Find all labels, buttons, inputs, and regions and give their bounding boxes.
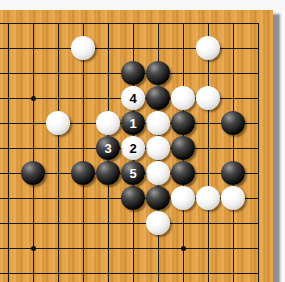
grid-hline-9 [0, 273, 259, 274]
grid-hline-19 [0, 23, 259, 24]
stone-white-P15[interactable] [146, 111, 170, 135]
stone-black-O17[interactable] [121, 61, 145, 85]
star-point-Q10 [181, 246, 186, 251]
stone-white-M18[interactable] [71, 36, 95, 60]
stone-black-P16[interactable] [146, 86, 170, 110]
stone-white-R16[interactable] [196, 86, 220, 110]
go-board[interactable]: 12345 [0, 10, 273, 282]
stone-black-Q15[interactable] [171, 111, 195, 135]
grid-vline-S [233, 23, 234, 282]
move-1-stone-black-O15[interactable]: 1 [121, 111, 145, 135]
stone-black-Q13[interactable] [171, 161, 195, 185]
grid-vline-M [83, 23, 84, 282]
star-point-K16 [31, 96, 36, 101]
stone-white-R18[interactable] [196, 36, 220, 60]
move-5-stone-black-O13[interactable]: 5 [121, 161, 145, 185]
stone-white-P11[interactable] [146, 211, 170, 235]
stone-white-N15[interactable] [96, 111, 120, 135]
go-diagram-stage: 12345 [0, 0, 285, 282]
stone-black-P17[interactable] [146, 61, 170, 85]
move-2-stone-white-O14[interactable]: 2 [121, 136, 145, 160]
move-number-4: 4 [129, 92, 136, 105]
stone-black-M13[interactable] [71, 161, 95, 185]
star-point-K10 [31, 246, 36, 251]
stone-black-Q14[interactable] [171, 136, 195, 160]
stone-black-S13[interactable] [221, 161, 245, 185]
move-number-3: 3 [104, 142, 111, 155]
stone-white-Q12[interactable] [171, 186, 195, 210]
grid-vline-L [58, 23, 59, 282]
move-number-1: 1 [129, 117, 136, 130]
move-number-5: 5 [129, 167, 136, 180]
stone-white-L15[interactable] [46, 111, 70, 135]
move-4-stone-white-O16[interactable]: 4 [121, 86, 145, 110]
grid-hline-10 [0, 248, 259, 249]
stone-white-P14[interactable] [146, 136, 170, 160]
stone-black-S15[interactable] [221, 111, 245, 135]
grid-vline-T [258, 23, 259, 282]
move-number-2: 2 [129, 142, 136, 155]
stone-white-P13[interactable] [146, 161, 170, 185]
grid-hline-18 [0, 48, 259, 49]
stone-black-N13[interactable] [96, 161, 120, 185]
stone-black-O12[interactable] [121, 186, 145, 210]
grid-vline-J [8, 23, 9, 282]
stone-white-S12[interactable] [221, 186, 245, 210]
grid-vline-R [208, 23, 209, 282]
stone-black-K13[interactable] [21, 161, 45, 185]
stone-black-P12[interactable] [146, 186, 170, 210]
stone-white-R12[interactable] [196, 186, 220, 210]
grid-vline-K [33, 23, 34, 282]
move-3-stone-black-N14[interactable]: 3 [96, 136, 120, 160]
grid-hline-11 [0, 223, 259, 224]
stone-white-Q16[interactable] [171, 86, 195, 110]
